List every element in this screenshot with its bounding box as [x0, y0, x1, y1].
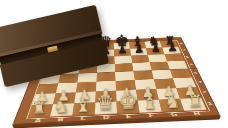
- black-pawn: ♟: [164, 42, 181, 54]
- chess-set-photo: ♜♞♝♛♚♝♞♜♟♟♟♟♟♟♟♟♟♟♟♟♟♟♟♟♜♞♝♛♚♝♞♜ ABCDEFG…: [0, 0, 228, 128]
- square-d1[interactable]: ♛: [95, 102, 117, 115]
- square-f1[interactable]: ♝: [138, 100, 162, 113]
- square-f7[interactable]: ♟: [130, 48, 148, 56]
- black-pawn: ♟: [147, 43, 164, 55]
- square-h7[interactable]: ♟: [162, 47, 181, 54]
- white-rook: ♜: [27, 100, 50, 117]
- square-h1[interactable]: ♜: [180, 98, 207, 111]
- square-c1[interactable]: ♝: [72, 102, 95, 115]
- square-e7[interactable]: ♟: [114, 49, 131, 57]
- white-king: ♚: [116, 91, 139, 113]
- white-knight: ♞: [49, 98, 72, 116]
- square-g1[interactable]: ♞: [159, 99, 184, 112]
- white-queen: ♛: [94, 93, 117, 114]
- white-knight: ♞: [161, 93, 184, 111]
- square-b1[interactable]: ♞: [50, 103, 74, 116]
- black-pawn: ♟: [114, 44, 131, 56]
- square-g7[interactable]: ♟: [146, 47, 164, 54]
- square-e1[interactable]: ♚: [117, 101, 140, 114]
- white-rook: ♜: [183, 93, 206, 110]
- white-bishop: ♝: [139, 93, 162, 112]
- black-pawn: ♟: [131, 44, 148, 56]
- white-bishop: ♝: [72, 96, 95, 115]
